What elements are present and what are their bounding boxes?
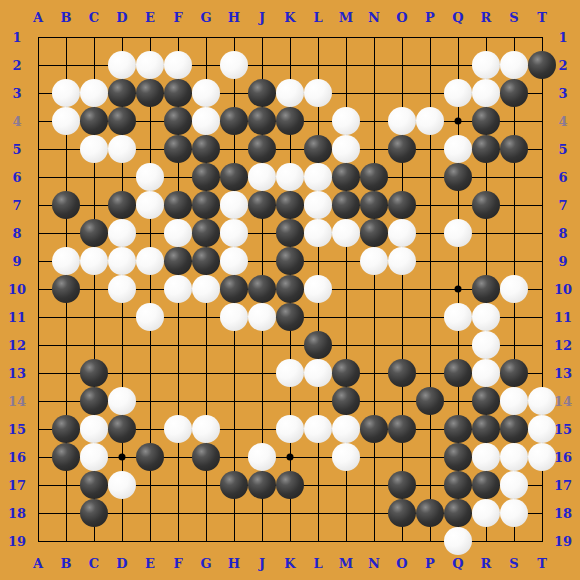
- white-stone[interactable]: [136, 163, 164, 191]
- intersection-J16[interactable]: [248, 443, 276, 471]
- intersection-H15[interactable]: [220, 415, 248, 443]
- white-stone[interactable]: [80, 247, 108, 275]
- black-stone[interactable]: [248, 275, 276, 303]
- intersection-J5[interactable]: [248, 135, 276, 163]
- intersection-F7[interactable]: [164, 191, 192, 219]
- intersection-N12[interactable]: [360, 331, 388, 359]
- intersection-O11[interactable]: [388, 303, 416, 331]
- intersection-G11[interactable]: [192, 303, 220, 331]
- intersection-M16[interactable]: [332, 443, 360, 471]
- intersection-P12[interactable]: [416, 331, 444, 359]
- intersection-C1[interactable]: [80, 23, 108, 51]
- intersection-E2[interactable]: [136, 51, 164, 79]
- intersection-B12[interactable]: [52, 331, 80, 359]
- intersection-P19[interactable]: [416, 527, 444, 555]
- intersection-K5[interactable]: [276, 135, 304, 163]
- intersection-S10[interactable]: [500, 275, 528, 303]
- intersection-J3[interactable]: [248, 79, 276, 107]
- intersection-H17[interactable]: [220, 471, 248, 499]
- intersection-H13[interactable]: [220, 359, 248, 387]
- intersection-M8[interactable]: [332, 219, 360, 247]
- intersection-L14[interactable]: [304, 387, 332, 415]
- intersection-R6[interactable]: [472, 163, 500, 191]
- intersection-M18[interactable]: [332, 499, 360, 527]
- white-stone[interactable]: [444, 135, 472, 163]
- intersection-M17[interactable]: [332, 471, 360, 499]
- intersection-A14[interactable]: [24, 387, 52, 415]
- intersection-T10[interactable]: [528, 275, 556, 303]
- intersection-S17[interactable]: [500, 471, 528, 499]
- intersection-C15[interactable]: [80, 415, 108, 443]
- intersection-N10[interactable]: [360, 275, 388, 303]
- white-stone[interactable]: [52, 247, 80, 275]
- intersection-D6[interactable]: [108, 163, 136, 191]
- intersection-N4[interactable]: [360, 107, 388, 135]
- intersection-N17[interactable]: [360, 471, 388, 499]
- white-stone[interactable]: [52, 107, 80, 135]
- intersection-N15[interactable]: [360, 415, 388, 443]
- white-stone[interactable]: [388, 107, 416, 135]
- intersection-N3[interactable]: [360, 79, 388, 107]
- black-stone[interactable]: [472, 471, 500, 499]
- black-stone[interactable]: [472, 135, 500, 163]
- white-stone[interactable]: [472, 359, 500, 387]
- intersection-Q19[interactable]: [444, 527, 472, 555]
- intersection-P3[interactable]: [416, 79, 444, 107]
- black-stone[interactable]: [472, 107, 500, 135]
- intersection-J19[interactable]: [248, 527, 276, 555]
- intersection-L9[interactable]: [304, 247, 332, 275]
- intersection-K8[interactable]: [276, 219, 304, 247]
- black-stone[interactable]: [80, 107, 108, 135]
- white-stone[interactable]: [332, 107, 360, 135]
- intersection-D8[interactable]: [108, 219, 136, 247]
- black-stone[interactable]: [80, 359, 108, 387]
- intersection-Q6[interactable]: [444, 163, 472, 191]
- white-stone[interactable]: [220, 219, 248, 247]
- black-stone[interactable]: [500, 359, 528, 387]
- intersection-K7[interactable]: [276, 191, 304, 219]
- intersection-N6[interactable]: [360, 163, 388, 191]
- black-stone[interactable]: [276, 219, 304, 247]
- intersection-T14[interactable]: [528, 387, 556, 415]
- intersection-C11[interactable]: [80, 303, 108, 331]
- black-stone[interactable]: [304, 135, 332, 163]
- intersection-E16[interactable]: [136, 443, 164, 471]
- intersection-F18[interactable]: [164, 499, 192, 527]
- intersection-H18[interactable]: [220, 499, 248, 527]
- intersection-R7[interactable]: [472, 191, 500, 219]
- intersection-D12[interactable]: [108, 331, 136, 359]
- intersection-T8[interactable]: [528, 219, 556, 247]
- intersection-O18[interactable]: [388, 499, 416, 527]
- intersection-D11[interactable]: [108, 303, 136, 331]
- black-stone[interactable]: [388, 135, 416, 163]
- intersection-P10[interactable]: [416, 275, 444, 303]
- intersection-R12[interactable]: [472, 331, 500, 359]
- intersection-R3[interactable]: [472, 79, 500, 107]
- intersection-F11[interactable]: [164, 303, 192, 331]
- black-stone[interactable]: [164, 79, 192, 107]
- intersection-F12[interactable]: [164, 331, 192, 359]
- black-stone[interactable]: [444, 499, 472, 527]
- intersection-B4[interactable]: [52, 107, 80, 135]
- intersection-F9[interactable]: [164, 247, 192, 275]
- intersection-L10[interactable]: [304, 275, 332, 303]
- intersection-T5[interactable]: [528, 135, 556, 163]
- intersection-M13[interactable]: [332, 359, 360, 387]
- intersection-Q7[interactable]: [444, 191, 472, 219]
- white-stone[interactable]: [332, 415, 360, 443]
- intersection-D15[interactable]: [108, 415, 136, 443]
- intersection-S6[interactable]: [500, 163, 528, 191]
- black-stone[interactable]: [332, 163, 360, 191]
- intersection-R11[interactable]: [472, 303, 500, 331]
- intersection-B6[interactable]: [52, 163, 80, 191]
- intersection-P5[interactable]: [416, 135, 444, 163]
- intersection-T11[interactable]: [528, 303, 556, 331]
- intersection-S16[interactable]: [500, 443, 528, 471]
- white-stone[interactable]: [388, 219, 416, 247]
- white-stone[interactable]: [164, 51, 192, 79]
- intersection-L6[interactable]: [304, 163, 332, 191]
- intersection-J14[interactable]: [248, 387, 276, 415]
- intersection-Q14[interactable]: [444, 387, 472, 415]
- intersection-M2[interactable]: [332, 51, 360, 79]
- intersection-E6[interactable]: [136, 163, 164, 191]
- white-stone[interactable]: [332, 443, 360, 471]
- intersection-P9[interactable]: [416, 247, 444, 275]
- black-stone[interactable]: [388, 191, 416, 219]
- white-stone[interactable]: [136, 191, 164, 219]
- black-stone[interactable]: [500, 135, 528, 163]
- white-stone[interactable]: [192, 79, 220, 107]
- intersection-P16[interactable]: [416, 443, 444, 471]
- intersection-N13[interactable]: [360, 359, 388, 387]
- black-stone[interactable]: [472, 275, 500, 303]
- black-stone[interactable]: [444, 443, 472, 471]
- intersection-P18[interactable]: [416, 499, 444, 527]
- intersection-M12[interactable]: [332, 331, 360, 359]
- intersection-B18[interactable]: [52, 499, 80, 527]
- black-stone[interactable]: [52, 443, 80, 471]
- white-stone[interactable]: [192, 107, 220, 135]
- intersection-O12[interactable]: [388, 331, 416, 359]
- intersection-L19[interactable]: [304, 527, 332, 555]
- intersection-A7[interactable]: [24, 191, 52, 219]
- intersection-H11[interactable]: [220, 303, 248, 331]
- black-stone[interactable]: [52, 275, 80, 303]
- white-stone[interactable]: [80, 79, 108, 107]
- white-stone[interactable]: [304, 415, 332, 443]
- black-stone[interactable]: [388, 359, 416, 387]
- intersection-R1[interactable]: [472, 23, 500, 51]
- intersection-N7[interactable]: [360, 191, 388, 219]
- black-stone[interactable]: [248, 107, 276, 135]
- intersection-K15[interactable]: [276, 415, 304, 443]
- intersection-G4[interactable]: [192, 107, 220, 135]
- intersection-C3[interactable]: [80, 79, 108, 107]
- intersection-E9[interactable]: [136, 247, 164, 275]
- intersection-O1[interactable]: [388, 23, 416, 51]
- intersection-P14[interactable]: [416, 387, 444, 415]
- intersection-R2[interactable]: [472, 51, 500, 79]
- black-stone[interactable]: [528, 51, 556, 79]
- intersection-B1[interactable]: [52, 23, 80, 51]
- intersection-P13[interactable]: [416, 359, 444, 387]
- intersection-Q5[interactable]: [444, 135, 472, 163]
- white-stone[interactable]: [500, 499, 528, 527]
- white-stone[interactable]: [108, 219, 136, 247]
- intersection-F8[interactable]: [164, 219, 192, 247]
- intersection-L16[interactable]: [304, 443, 332, 471]
- intersection-J9[interactable]: [248, 247, 276, 275]
- intersection-R13[interactable]: [472, 359, 500, 387]
- intersection-N2[interactable]: [360, 51, 388, 79]
- black-stone[interactable]: [332, 191, 360, 219]
- intersection-G14[interactable]: [192, 387, 220, 415]
- intersection-N1[interactable]: [360, 23, 388, 51]
- intersection-H8[interactable]: [220, 219, 248, 247]
- intersection-G10[interactable]: [192, 275, 220, 303]
- intersection-K16[interactable]: [276, 443, 304, 471]
- black-stone[interactable]: [108, 79, 136, 107]
- intersection-E15[interactable]: [136, 415, 164, 443]
- intersection-L18[interactable]: [304, 499, 332, 527]
- intersection-O6[interactable]: [388, 163, 416, 191]
- intersection-T3[interactable]: [528, 79, 556, 107]
- black-stone[interactable]: [500, 79, 528, 107]
- intersection-T2[interactable]: [528, 51, 556, 79]
- intersection-S3[interactable]: [500, 79, 528, 107]
- black-stone[interactable]: [80, 219, 108, 247]
- black-stone[interactable]: [444, 471, 472, 499]
- intersection-K19[interactable]: [276, 527, 304, 555]
- intersection-E14[interactable]: [136, 387, 164, 415]
- intersection-B5[interactable]: [52, 135, 80, 163]
- white-stone[interactable]: [220, 51, 248, 79]
- black-stone[interactable]: [472, 415, 500, 443]
- white-stone[interactable]: [500, 51, 528, 79]
- intersection-M14[interactable]: [332, 387, 360, 415]
- white-stone[interactable]: [108, 275, 136, 303]
- intersection-Q10[interactable]: [444, 275, 472, 303]
- intersection-O4[interactable]: [388, 107, 416, 135]
- black-stone[interactable]: [444, 163, 472, 191]
- intersection-J4[interactable]: [248, 107, 276, 135]
- intersection-R18[interactable]: [472, 499, 500, 527]
- intersection-M6[interactable]: [332, 163, 360, 191]
- intersection-C19[interactable]: [80, 527, 108, 555]
- intersection-A8[interactable]: [24, 219, 52, 247]
- intersection-E18[interactable]: [136, 499, 164, 527]
- intersection-J11[interactable]: [248, 303, 276, 331]
- black-stone[interactable]: [276, 191, 304, 219]
- intersection-B11[interactable]: [52, 303, 80, 331]
- intersection-M15[interactable]: [332, 415, 360, 443]
- intersection-Q11[interactable]: [444, 303, 472, 331]
- intersection-H2[interactable]: [220, 51, 248, 79]
- intersection-T17[interactable]: [528, 471, 556, 499]
- intersection-G12[interactable]: [192, 331, 220, 359]
- white-stone[interactable]: [136, 303, 164, 331]
- intersection-M11[interactable]: [332, 303, 360, 331]
- intersection-Q12[interactable]: [444, 331, 472, 359]
- white-stone[interactable]: [332, 135, 360, 163]
- black-stone[interactable]: [388, 415, 416, 443]
- intersection-J6[interactable]: [248, 163, 276, 191]
- white-stone[interactable]: [136, 247, 164, 275]
- black-stone[interactable]: [80, 387, 108, 415]
- intersection-A6[interactable]: [24, 163, 52, 191]
- intersection-T18[interactable]: [528, 499, 556, 527]
- intersection-J13[interactable]: [248, 359, 276, 387]
- white-stone[interactable]: [192, 415, 220, 443]
- black-stone[interactable]: [388, 471, 416, 499]
- intersection-S8[interactable]: [500, 219, 528, 247]
- intersection-P4[interactable]: [416, 107, 444, 135]
- intersection-Q1[interactable]: [444, 23, 472, 51]
- intersection-K14[interactable]: [276, 387, 304, 415]
- intersection-C12[interactable]: [80, 331, 108, 359]
- intersection-H14[interactable]: [220, 387, 248, 415]
- intersection-O14[interactable]: [388, 387, 416, 415]
- intersection-L1[interactable]: [304, 23, 332, 51]
- intersection-Q13[interactable]: [444, 359, 472, 387]
- intersection-Q17[interactable]: [444, 471, 472, 499]
- intersection-K18[interactable]: [276, 499, 304, 527]
- intersection-D17[interactable]: [108, 471, 136, 499]
- intersection-H5[interactable]: [220, 135, 248, 163]
- intersection-T19[interactable]: [528, 527, 556, 555]
- black-stone[interactable]: [192, 219, 220, 247]
- intersection-N8[interactable]: [360, 219, 388, 247]
- intersection-D9[interactable]: [108, 247, 136, 275]
- intersection-F10[interactable]: [164, 275, 192, 303]
- intersection-L7[interactable]: [304, 191, 332, 219]
- intersection-H6[interactable]: [220, 163, 248, 191]
- black-stone[interactable]: [276, 275, 304, 303]
- intersection-H10[interactable]: [220, 275, 248, 303]
- intersection-R8[interactable]: [472, 219, 500, 247]
- intersection-Q2[interactable]: [444, 51, 472, 79]
- intersection-R19[interactable]: [472, 527, 500, 555]
- intersection-A18[interactable]: [24, 499, 52, 527]
- intersection-R10[interactable]: [472, 275, 500, 303]
- intersection-R16[interactable]: [472, 443, 500, 471]
- intersection-D18[interactable]: [108, 499, 136, 527]
- black-stone[interactable]: [332, 387, 360, 415]
- intersection-H19[interactable]: [220, 527, 248, 555]
- black-stone[interactable]: [276, 303, 304, 331]
- intersection-J1[interactable]: [248, 23, 276, 51]
- white-stone[interactable]: [332, 219, 360, 247]
- intersection-C5[interactable]: [80, 135, 108, 163]
- intersection-K13[interactable]: [276, 359, 304, 387]
- intersection-F3[interactable]: [164, 79, 192, 107]
- black-stone[interactable]: [164, 247, 192, 275]
- white-stone[interactable]: [192, 275, 220, 303]
- white-stone[interactable]: [472, 443, 500, 471]
- intersection-K9[interactable]: [276, 247, 304, 275]
- intersection-J8[interactable]: [248, 219, 276, 247]
- intersection-K10[interactable]: [276, 275, 304, 303]
- white-stone[interactable]: [304, 163, 332, 191]
- intersection-K1[interactable]: [276, 23, 304, 51]
- intersection-G2[interactable]: [192, 51, 220, 79]
- intersection-Q9[interactable]: [444, 247, 472, 275]
- intersection-T7[interactable]: [528, 191, 556, 219]
- intersection-E5[interactable]: [136, 135, 164, 163]
- intersection-O9[interactable]: [388, 247, 416, 275]
- intersection-D3[interactable]: [108, 79, 136, 107]
- white-stone[interactable]: [164, 415, 192, 443]
- intersection-T12[interactable]: [528, 331, 556, 359]
- intersection-F16[interactable]: [164, 443, 192, 471]
- intersection-E10[interactable]: [136, 275, 164, 303]
- black-stone[interactable]: [248, 191, 276, 219]
- intersection-Q18[interactable]: [444, 499, 472, 527]
- white-stone[interactable]: [528, 443, 556, 471]
- intersection-D10[interactable]: [108, 275, 136, 303]
- intersection-Q3[interactable]: [444, 79, 472, 107]
- intersection-Q8[interactable]: [444, 219, 472, 247]
- intersection-J12[interactable]: [248, 331, 276, 359]
- intersection-C10[interactable]: [80, 275, 108, 303]
- intersection-Q16[interactable]: [444, 443, 472, 471]
- black-stone[interactable]: [220, 163, 248, 191]
- black-stone[interactable]: [360, 415, 388, 443]
- black-stone[interactable]: [52, 415, 80, 443]
- white-stone[interactable]: [276, 163, 304, 191]
- intersection-O17[interactable]: [388, 471, 416, 499]
- white-stone[interactable]: [108, 51, 136, 79]
- black-stone[interactable]: [332, 359, 360, 387]
- intersection-D13[interactable]: [108, 359, 136, 387]
- intersection-C6[interactable]: [80, 163, 108, 191]
- intersection-E12[interactable]: [136, 331, 164, 359]
- intersection-J7[interactable]: [248, 191, 276, 219]
- intersection-C4[interactable]: [80, 107, 108, 135]
- intersection-T9[interactable]: [528, 247, 556, 275]
- intersection-B7[interactable]: [52, 191, 80, 219]
- intersection-B19[interactable]: [52, 527, 80, 555]
- intersection-C17[interactable]: [80, 471, 108, 499]
- black-stone[interactable]: [108, 107, 136, 135]
- intersection-P8[interactable]: [416, 219, 444, 247]
- intersection-T6[interactable]: [528, 163, 556, 191]
- white-stone[interactable]: [108, 387, 136, 415]
- intersection-E7[interactable]: [136, 191, 164, 219]
- intersection-T1[interactable]: [528, 23, 556, 51]
- intersection-J2[interactable]: [248, 51, 276, 79]
- white-stone[interactable]: [500, 387, 528, 415]
- intersection-C16[interactable]: [80, 443, 108, 471]
- intersection-C7[interactable]: [80, 191, 108, 219]
- intersection-S5[interactable]: [500, 135, 528, 163]
- intersection-G19[interactable]: [192, 527, 220, 555]
- intersection-M5[interactable]: [332, 135, 360, 163]
- black-stone[interactable]: [472, 191, 500, 219]
- white-stone[interactable]: [80, 415, 108, 443]
- white-stone[interactable]: [304, 191, 332, 219]
- intersection-G3[interactable]: [192, 79, 220, 107]
- white-stone[interactable]: [444, 527, 472, 555]
- black-stone[interactable]: [360, 191, 388, 219]
- intersection-M7[interactable]: [332, 191, 360, 219]
- black-stone[interactable]: [388, 499, 416, 527]
- intersection-E19[interactable]: [136, 527, 164, 555]
